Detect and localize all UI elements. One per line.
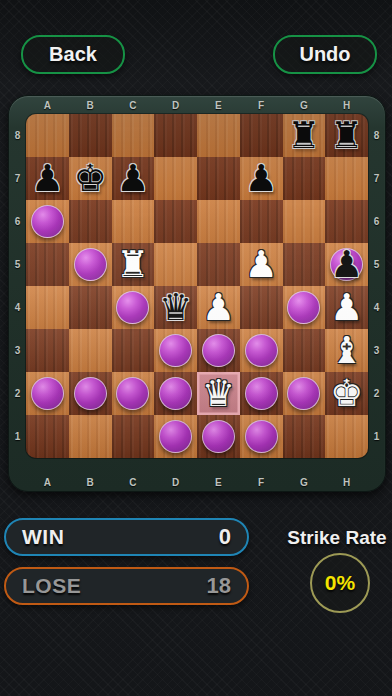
white-bishop-h3[interactable]: ♝ (330, 332, 363, 369)
square-h6[interactable] (325, 200, 368, 243)
win-value: 0 (219, 524, 231, 550)
win-counter: WIN 0 (4, 518, 249, 556)
square-a5[interactable] (26, 243, 69, 286)
square-d1[interactable] (154, 415, 197, 458)
square-g5[interactable] (283, 243, 326, 286)
move-dot-d3[interactable] (159, 334, 192, 367)
square-c4[interactable] (112, 286, 155, 329)
square-a1[interactable] (26, 415, 69, 458)
file-label-top-c: C (112, 98, 155, 112)
file-labels-bottom: ABCDEFGH (26, 475, 368, 489)
square-f5[interactable]: ♟ (240, 243, 283, 286)
file-label-bottom-e: E (197, 475, 240, 489)
rank-label-right-3: 3 (368, 329, 385, 372)
square-c5[interactable]: ♜ (112, 243, 155, 286)
back-button[interactable]: Back (21, 35, 125, 74)
rank-label-right-7: 7 (368, 157, 385, 200)
file-label-top-h: H (325, 98, 368, 112)
move-dot-g2[interactable] (287, 377, 320, 410)
square-b6[interactable] (69, 200, 112, 243)
file-label-bottom-a: A (26, 475, 69, 489)
strike-rate-label: Strike Rate (282, 527, 392, 549)
square-h7[interactable] (325, 157, 368, 200)
square-g7[interactable] (283, 157, 326, 200)
square-c3[interactable] (112, 329, 155, 372)
square-b1[interactable] (69, 415, 112, 458)
square-g4[interactable] (283, 286, 326, 329)
square-g8[interactable]: ♜ (283, 114, 326, 157)
square-h5[interactable]: ♟ (325, 243, 368, 286)
move-dot-f2[interactable] (245, 377, 278, 410)
square-e2[interactable]: ♛ (197, 372, 240, 415)
black-pawn-f7[interactable]: ♟ (245, 160, 278, 197)
move-dot-b2[interactable] (74, 377, 107, 410)
white-queen-e2[interactable]: ♛ (202, 375, 235, 412)
square-a8[interactable] (26, 114, 69, 157)
move-dot-a2[interactable] (31, 377, 64, 410)
black-rook-g8[interactable]: ♜ (287, 117, 320, 154)
square-f4[interactable] (240, 286, 283, 329)
back-button-label: Back (49, 43, 97, 66)
square-g1[interactable] (283, 415, 326, 458)
square-h1[interactable] (325, 415, 368, 458)
square-d4[interactable]: ♛ (154, 286, 197, 329)
square-e1[interactable] (197, 415, 240, 458)
strike-rate-value: 0% (325, 571, 355, 595)
rank-label-left-8: 8 (9, 114, 26, 157)
move-dot-a6[interactable] (31, 205, 64, 238)
square-g6[interactable] (283, 200, 326, 243)
move-dot-e1[interactable] (202, 420, 235, 453)
file-label-bottom-c: C (112, 475, 155, 489)
board-grid[interactable]: ♜♜♟♚♟♟♜♟♟♛♟♟♝♛♚ (26, 114, 368, 458)
square-h3[interactable]: ♝ (325, 329, 368, 372)
square-c1[interactable] (112, 415, 155, 458)
black-queen-d4[interactable]: ♛ (159, 289, 192, 326)
rank-label-left-5: 5 (9, 243, 26, 286)
rank-label-left-2: 2 (9, 372, 26, 415)
square-c2[interactable] (112, 372, 155, 415)
square-a3[interactable] (26, 329, 69, 372)
file-label-bottom-d: D (154, 475, 197, 489)
square-a4[interactable] (26, 286, 69, 329)
move-dot-g4[interactable] (287, 291, 320, 324)
square-h4[interactable]: ♟ (325, 286, 368, 329)
rank-label-left-1: 1 (9, 415, 26, 458)
black-pawn-a7[interactable]: ♟ (31, 160, 64, 197)
rank-label-left-7: 7 (9, 157, 26, 200)
square-e8[interactable] (197, 114, 240, 157)
square-d8[interactable] (154, 114, 197, 157)
square-e5[interactable] (197, 243, 240, 286)
square-f8[interactable] (240, 114, 283, 157)
rank-labels-left: 87654321 (9, 114, 26, 458)
chess-board-frame: ABCDEFGH 87654321 ♜♜♟♚♟♟♜♟♟♛♟♟♝♛♚ 876543… (8, 95, 386, 492)
rank-labels-right: 87654321 (368, 114, 385, 458)
square-e7[interactable] (197, 157, 240, 200)
move-dot-f1[interactable] (245, 420, 278, 453)
square-e3[interactable] (197, 329, 240, 372)
rank-label-right-4: 4 (368, 286, 385, 329)
lose-value: 18 (207, 573, 231, 599)
file-label-top-d: D (154, 98, 197, 112)
black-king-b7[interactable]: ♚ (74, 160, 107, 197)
rank-label-right-5: 5 (368, 243, 385, 286)
file-label-bottom-g: G (283, 475, 326, 489)
strike-rate-badge: 0% (310, 553, 370, 613)
rank-label-left-6: 6 (9, 200, 26, 243)
square-e6[interactable] (197, 200, 240, 243)
rank-label-left-3: 3 (9, 329, 26, 372)
white-king-h2[interactable]: ♚ (330, 375, 363, 412)
square-e4[interactable]: ♟ (197, 286, 240, 329)
white-pawn-f5[interactable]: ♟ (245, 246, 278, 283)
rank-label-right-6: 6 (368, 200, 385, 243)
rank-label-right-2: 2 (368, 372, 385, 415)
file-label-top-a: A (26, 98, 69, 112)
square-h2[interactable]: ♚ (325, 372, 368, 415)
square-f6[interactable] (240, 200, 283, 243)
undo-button-label: Undo (299, 43, 350, 66)
file-label-bottom-b: B (69, 475, 112, 489)
rank-label-left-4: 4 (9, 286, 26, 329)
square-d7[interactable] (154, 157, 197, 200)
square-b4[interactable] (69, 286, 112, 329)
square-h8[interactable]: ♜ (325, 114, 368, 157)
file-label-top-f: F (240, 98, 283, 112)
file-label-bottom-h: H (325, 475, 368, 489)
lose-counter: LOSE 18 (4, 567, 249, 605)
white-pawn-h4[interactable]: ♟ (330, 289, 363, 326)
square-d2[interactable] (154, 372, 197, 415)
square-a7[interactable]: ♟ (26, 157, 69, 200)
file-label-top-g: G (283, 98, 326, 112)
move-dot-c4[interactable] (116, 291, 149, 324)
square-d3[interactable] (154, 329, 197, 372)
square-c7[interactable]: ♟ (112, 157, 155, 200)
square-d6[interactable] (154, 200, 197, 243)
file-label-bottom-f: F (240, 475, 283, 489)
square-b8[interactable] (69, 114, 112, 157)
white-rook-c5[interactable]: ♜ (116, 246, 149, 283)
file-labels-top: ABCDEFGH (26, 98, 368, 112)
square-d5[interactable] (154, 243, 197, 286)
file-label-top-b: B (69, 98, 112, 112)
move-dot-d1[interactable] (159, 420, 192, 453)
square-b2[interactable] (69, 372, 112, 415)
black-pawn-c7[interactable]: ♟ (116, 160, 149, 197)
square-c8[interactable] (112, 114, 155, 157)
square-f2[interactable] (240, 372, 283, 415)
lose-label: LOSE (22, 574, 81, 598)
square-a6[interactable] (26, 200, 69, 243)
square-f7[interactable]: ♟ (240, 157, 283, 200)
move-dot-b5[interactable] (74, 248, 107, 281)
square-g3[interactable] (283, 329, 326, 372)
square-c6[interactable] (112, 200, 155, 243)
white-pawn-e4[interactable]: ♟ (202, 289, 235, 326)
rank-label-right-1: 1 (368, 415, 385, 458)
square-f1[interactable] (240, 415, 283, 458)
move-dot-d2[interactable] (159, 377, 192, 410)
move-dot-f3[interactable] (245, 334, 278, 367)
app-screen: { "game": "chess", "header": { "back_lab… (0, 0, 392, 696)
move-dot-e3[interactable] (202, 334, 235, 367)
black-rook-h8[interactable]: ♜ (330, 117, 363, 154)
square-b7[interactable]: ♚ (69, 157, 112, 200)
square-b3[interactable] (69, 329, 112, 372)
undo-button[interactable]: Undo (273, 35, 377, 74)
square-b5[interactable] (69, 243, 112, 286)
file-label-top-e: E (197, 98, 240, 112)
win-label: WIN (22, 525, 64, 549)
black-pawn-h5[interactable]: ♟ (330, 246, 363, 283)
square-a2[interactable] (26, 372, 69, 415)
square-f3[interactable] (240, 329, 283, 372)
rank-label-right-8: 8 (368, 114, 385, 157)
square-g2[interactable] (283, 372, 326, 415)
move-dot-c2[interactable] (116, 377, 149, 410)
